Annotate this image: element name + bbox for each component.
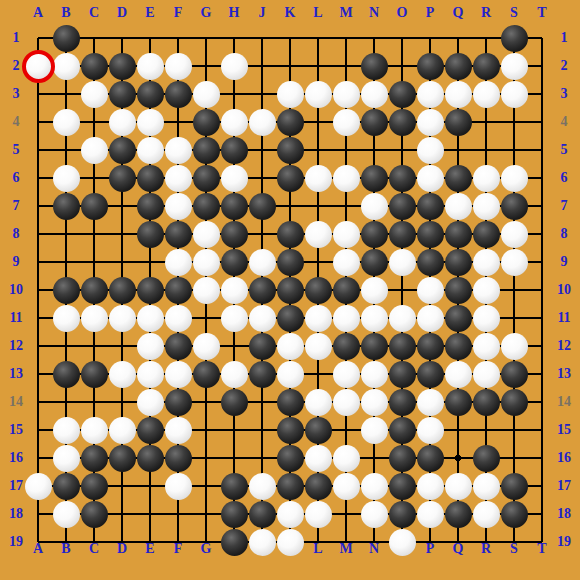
stone-black-Q9	[445, 249, 472, 276]
stone-black-C7	[81, 193, 108, 220]
row-label-left-3: 3	[2, 85, 30, 103]
stone-black-K6	[277, 165, 304, 192]
row-label-left-16: 16	[2, 449, 30, 467]
stone-black-L17	[305, 473, 332, 500]
stone-black-C18	[81, 501, 108, 528]
stone-white-M9	[333, 249, 360, 276]
stone-black-K15	[277, 417, 304, 444]
col-label-bottom-E: E	[140, 540, 160, 558]
stone-black-G6	[193, 165, 220, 192]
stone-white-H6	[221, 165, 248, 192]
stone-black-O4	[389, 109, 416, 136]
stone-black-F14	[165, 389, 192, 416]
stone-black-B7	[53, 193, 80, 220]
stone-white-B2	[53, 53, 80, 80]
col-label-top-D: D	[112, 4, 132, 22]
row-label-right-8: 8	[550, 225, 578, 243]
stone-black-O14	[389, 389, 416, 416]
stone-black-K14	[277, 389, 304, 416]
stone-black-K4	[277, 109, 304, 136]
stone-black-J13	[249, 361, 276, 388]
go-board[interactable]: AABBCCDDEEFFGGHHJJKKLLMMNNOOPPQQRRSSTT11…	[0, 0, 580, 580]
col-label-bottom-C: C	[84, 540, 104, 558]
stone-white-H4	[221, 109, 248, 136]
stone-black-P16	[417, 445, 444, 472]
stone-black-G5	[193, 137, 220, 164]
stone-black-H19	[221, 529, 248, 556]
row-label-right-18: 18	[550, 505, 578, 523]
stone-white-N18	[361, 501, 388, 528]
stone-black-K8	[277, 221, 304, 248]
stone-white-G9	[193, 249, 220, 276]
stone-white-M3	[333, 81, 360, 108]
stone-white-B11	[53, 305, 80, 332]
stone-black-E8	[137, 221, 164, 248]
stone-black-Q8	[445, 221, 472, 248]
row-label-left-10: 10	[2, 281, 30, 299]
col-label-top-G: G	[196, 4, 216, 22]
stone-white-R18	[473, 501, 500, 528]
stone-white-L12	[305, 333, 332, 360]
col-label-top-P: P	[420, 4, 440, 22]
stone-black-Q11	[445, 305, 472, 332]
stone-white-N7	[361, 193, 388, 220]
stone-white-D11	[109, 305, 136, 332]
stone-black-O17	[389, 473, 416, 500]
stone-black-Q4	[445, 109, 472, 136]
stone-black-S17	[501, 473, 528, 500]
stone-white-S9	[501, 249, 528, 276]
stone-white-G12	[193, 333, 220, 360]
stone-black-N12	[361, 333, 388, 360]
stone-white-C3	[81, 81, 108, 108]
stone-white-J11	[249, 305, 276, 332]
stone-black-N2	[361, 53, 388, 80]
row-label-left-7: 7	[2, 197, 30, 215]
stone-black-N4	[361, 109, 388, 136]
stone-black-K17	[277, 473, 304, 500]
stone-white-S3	[501, 81, 528, 108]
stone-black-O3	[389, 81, 416, 108]
stone-white-O11	[389, 305, 416, 332]
stone-white-R3	[473, 81, 500, 108]
col-label-top-F: F	[168, 4, 188, 22]
stone-black-F8	[165, 221, 192, 248]
stone-black-D10	[109, 277, 136, 304]
stone-white-S6	[501, 165, 528, 192]
stone-white-J9	[249, 249, 276, 276]
stone-black-O6	[389, 165, 416, 192]
stone-white-M4	[333, 109, 360, 136]
stone-black-P12	[417, 333, 444, 360]
stone-white-G10	[193, 277, 220, 304]
stone-white-N13	[361, 361, 388, 388]
stone-black-H18	[221, 501, 248, 528]
stone-black-N9	[361, 249, 388, 276]
row-label-left-6: 6	[2, 169, 30, 187]
stone-white-J19	[249, 529, 276, 556]
row-label-left-11: 11	[2, 309, 30, 327]
stone-white-N11	[361, 305, 388, 332]
stone-white-N10	[361, 277, 388, 304]
col-label-bottom-S: S	[504, 540, 524, 558]
stone-white-F13	[165, 361, 192, 388]
stone-white-R17	[473, 473, 500, 500]
stone-black-Q10	[445, 277, 472, 304]
row-label-right-12: 12	[550, 337, 578, 355]
col-label-top-T: T	[532, 4, 552, 22]
stone-white-P3	[417, 81, 444, 108]
stone-white-F17	[165, 473, 192, 500]
stone-black-J10	[249, 277, 276, 304]
stone-white-R6	[473, 165, 500, 192]
stone-black-B1	[53, 25, 80, 52]
stone-black-R16	[473, 445, 500, 472]
stone-white-M6	[333, 165, 360, 192]
stone-white-L18	[305, 501, 332, 528]
stone-white-C11	[81, 305, 108, 332]
stone-white-E12	[137, 333, 164, 360]
stone-white-B6	[53, 165, 80, 192]
col-label-top-S: S	[504, 4, 524, 22]
stone-white-R12	[473, 333, 500, 360]
stone-black-D5	[109, 137, 136, 164]
stone-white-A17	[25, 473, 52, 500]
stone-black-H14	[221, 389, 248, 416]
stone-white-E11	[137, 305, 164, 332]
stone-black-S1	[501, 25, 528, 52]
row-label-left-15: 15	[2, 421, 30, 439]
stone-black-E10	[137, 277, 164, 304]
col-label-bottom-A: A	[28, 540, 48, 558]
col-label-top-L: L	[308, 4, 328, 22]
stone-black-Q14	[445, 389, 472, 416]
row-label-right-1: 1	[550, 29, 578, 47]
row-label-left-19: 19	[2, 533, 30, 551]
stone-black-S14	[501, 389, 528, 416]
row-label-right-2: 2	[550, 57, 578, 75]
stone-black-O8	[389, 221, 416, 248]
col-label-top-B: B	[56, 4, 76, 22]
stone-black-J12	[249, 333, 276, 360]
stone-black-K11	[277, 305, 304, 332]
stone-white-C15	[81, 417, 108, 444]
stone-white-P11	[417, 305, 444, 332]
row-label-right-4: 4	[550, 113, 578, 131]
stone-black-K5	[277, 137, 304, 164]
hoshi-Q16	[455, 455, 462, 462]
stone-black-O13	[389, 361, 416, 388]
stone-white-P6	[417, 165, 444, 192]
stone-black-P8	[417, 221, 444, 248]
stone-white-M13	[333, 361, 360, 388]
stone-black-D6	[109, 165, 136, 192]
stone-black-L10	[305, 277, 332, 304]
stone-black-K9	[277, 249, 304, 276]
stone-black-C10	[81, 277, 108, 304]
col-label-bottom-N: N	[364, 540, 384, 558]
col-label-top-E: E	[140, 4, 160, 22]
stone-white-R7	[473, 193, 500, 220]
stone-white-H11	[221, 305, 248, 332]
col-label-top-O: O	[392, 4, 412, 22]
col-label-bottom-B: B	[56, 540, 76, 558]
stone-white-N3	[361, 81, 388, 108]
col-label-top-R: R	[476, 4, 496, 22]
stone-white-F6	[165, 165, 192, 192]
stone-white-D4	[109, 109, 136, 136]
col-label-bottom-M: M	[336, 540, 356, 558]
stone-black-D3	[109, 81, 136, 108]
stone-black-H8	[221, 221, 248, 248]
stone-white-R11	[473, 305, 500, 332]
col-label-top-C: C	[84, 4, 104, 22]
stone-black-P13	[417, 361, 444, 388]
stone-white-E5	[137, 137, 164, 164]
col-label-bottom-P: P	[420, 540, 440, 558]
row-label-right-17: 17	[550, 477, 578, 495]
stone-white-F15	[165, 417, 192, 444]
stone-black-Q2	[445, 53, 472, 80]
row-label-right-11: 11	[550, 309, 578, 327]
stone-white-K3	[277, 81, 304, 108]
row-label-left-12: 12	[2, 337, 30, 355]
stone-white-M14	[333, 389, 360, 416]
stone-white-P18	[417, 501, 444, 528]
stone-black-P2	[417, 53, 444, 80]
row-label-right-13: 13	[550, 365, 578, 383]
stone-black-M10	[333, 277, 360, 304]
stone-black-F3	[165, 81, 192, 108]
stone-white-O9	[389, 249, 416, 276]
stone-white-G3	[193, 81, 220, 108]
stone-white-K18	[277, 501, 304, 528]
stone-black-R14	[473, 389, 500, 416]
stone-white-K13	[277, 361, 304, 388]
stone-white-P10	[417, 277, 444, 304]
stone-white-M17	[333, 473, 360, 500]
stone-white-N15	[361, 417, 388, 444]
stone-white-M16	[333, 445, 360, 472]
last-move-marker	[22, 50, 55, 83]
stone-black-B13	[53, 361, 80, 388]
stone-white-H2	[221, 53, 248, 80]
stone-white-N14	[361, 389, 388, 416]
stone-white-G8	[193, 221, 220, 248]
stone-black-G13	[193, 361, 220, 388]
stone-white-H13	[221, 361, 248, 388]
stone-white-Q7	[445, 193, 472, 220]
stone-black-C16	[81, 445, 108, 472]
stone-black-E15	[137, 417, 164, 444]
col-label-top-Q: Q	[448, 4, 468, 22]
stone-black-D2	[109, 53, 136, 80]
row-label-right-6: 6	[550, 169, 578, 187]
stone-white-P4	[417, 109, 444, 136]
stone-black-E16	[137, 445, 164, 472]
stone-black-R2	[473, 53, 500, 80]
row-label-right-16: 16	[550, 449, 578, 467]
stone-black-E7	[137, 193, 164, 220]
col-label-bottom-L: L	[308, 540, 328, 558]
row-label-left-8: 8	[2, 225, 30, 243]
col-label-bottom-D: D	[112, 540, 132, 558]
stone-white-E13	[137, 361, 164, 388]
stone-white-L6	[305, 165, 332, 192]
stone-white-S12	[501, 333, 528, 360]
row-label-right-7: 7	[550, 197, 578, 215]
stone-white-F2	[165, 53, 192, 80]
stone-black-E3	[137, 81, 164, 108]
stone-white-P15	[417, 417, 444, 444]
row-label-left-13: 13	[2, 365, 30, 383]
stone-white-P5	[417, 137, 444, 164]
stone-black-H9	[221, 249, 248, 276]
stone-black-B10	[53, 277, 80, 304]
stone-white-M11	[333, 305, 360, 332]
col-label-top-M: M	[336, 4, 356, 22]
stone-white-P17	[417, 473, 444, 500]
row-label-right-3: 3	[550, 85, 578, 103]
stone-black-N8	[361, 221, 388, 248]
col-label-top-J: J	[252, 4, 272, 22]
stone-black-K16	[277, 445, 304, 472]
stone-black-F10	[165, 277, 192, 304]
stone-white-L14	[305, 389, 332, 416]
stone-white-D15	[109, 417, 136, 444]
stone-white-F7	[165, 193, 192, 220]
stone-white-E2	[137, 53, 164, 80]
stone-black-R8	[473, 221, 500, 248]
stone-white-B18	[53, 501, 80, 528]
stone-white-F9	[165, 249, 192, 276]
stone-black-S18	[501, 501, 528, 528]
stone-black-P7	[417, 193, 444, 220]
stone-white-R9	[473, 249, 500, 276]
stone-white-J17	[249, 473, 276, 500]
stone-black-G4	[193, 109, 220, 136]
stone-black-H7	[221, 193, 248, 220]
col-label-top-A: A	[28, 4, 48, 22]
stone-white-Q3	[445, 81, 472, 108]
row-label-left-18: 18	[2, 505, 30, 523]
stone-black-J7	[249, 193, 276, 220]
stone-white-L3	[305, 81, 332, 108]
stone-white-O19	[389, 529, 416, 556]
stone-white-S8	[501, 221, 528, 248]
stone-white-P14	[417, 389, 444, 416]
stone-white-F11	[165, 305, 192, 332]
row-label-right-5: 5	[550, 141, 578, 159]
row-label-left-1: 1	[2, 29, 30, 47]
stone-white-Q13	[445, 361, 472, 388]
stone-white-K12	[277, 333, 304, 360]
stone-white-J4	[249, 109, 276, 136]
stone-black-G7	[193, 193, 220, 220]
col-label-top-K: K	[280, 4, 300, 22]
stone-white-L16	[305, 445, 332, 472]
row-label-right-9: 9	[550, 253, 578, 271]
stone-black-O7	[389, 193, 416, 220]
stone-black-C13	[81, 361, 108, 388]
stone-white-S2	[501, 53, 528, 80]
stone-black-O15	[389, 417, 416, 444]
stone-white-L11	[305, 305, 332, 332]
row-label-right-15: 15	[550, 421, 578, 439]
stone-black-H17	[221, 473, 248, 500]
stone-black-Q6	[445, 165, 472, 192]
row-label-left-4: 4	[2, 113, 30, 131]
stone-white-R13	[473, 361, 500, 388]
stone-white-B4	[53, 109, 80, 136]
stone-white-N17	[361, 473, 388, 500]
col-label-bottom-Q: Q	[448, 540, 468, 558]
col-label-top-H: H	[224, 4, 244, 22]
stone-black-C2	[81, 53, 108, 80]
stone-white-H10	[221, 277, 248, 304]
row-label-right-14: 14	[550, 393, 578, 411]
row-label-left-5: 5	[2, 141, 30, 159]
stone-white-F5	[165, 137, 192, 164]
stone-black-F12	[165, 333, 192, 360]
stone-black-P9	[417, 249, 444, 276]
stone-black-O12	[389, 333, 416, 360]
stone-black-M12	[333, 333, 360, 360]
stone-black-O16	[389, 445, 416, 472]
stone-black-J18	[249, 501, 276, 528]
stone-white-L8	[305, 221, 332, 248]
stone-black-F16	[165, 445, 192, 472]
stone-black-O18	[389, 501, 416, 528]
stone-black-B17	[53, 473, 80, 500]
stone-white-M8	[333, 221, 360, 248]
stone-white-C5	[81, 137, 108, 164]
stone-white-R10	[473, 277, 500, 304]
col-label-bottom-T: T	[532, 540, 552, 558]
stone-black-S13	[501, 361, 528, 388]
row-label-left-14: 14	[2, 393, 30, 411]
stone-white-D13	[109, 361, 136, 388]
stone-white-Q17	[445, 473, 472, 500]
stone-black-H5	[221, 137, 248, 164]
stone-black-K10	[277, 277, 304, 304]
stone-white-E14	[137, 389, 164, 416]
stone-black-S7	[501, 193, 528, 220]
stone-white-B16	[53, 445, 80, 472]
stone-black-C17	[81, 473, 108, 500]
row-label-right-10: 10	[550, 281, 578, 299]
stone-black-E6	[137, 165, 164, 192]
stone-white-E4	[137, 109, 164, 136]
stone-black-Q12	[445, 333, 472, 360]
row-label-right-19: 19	[550, 533, 578, 551]
stone-black-N6	[361, 165, 388, 192]
stone-white-K19	[277, 529, 304, 556]
stone-white-B15	[53, 417, 80, 444]
stone-black-L15	[305, 417, 332, 444]
col-label-bottom-G: G	[196, 540, 216, 558]
stone-black-Q18	[445, 501, 472, 528]
col-label-bottom-F: F	[168, 540, 188, 558]
col-label-bottom-R: R	[476, 540, 496, 558]
stone-black-D16	[109, 445, 136, 472]
row-label-left-9: 9	[2, 253, 30, 271]
col-label-top-N: N	[364, 4, 384, 22]
